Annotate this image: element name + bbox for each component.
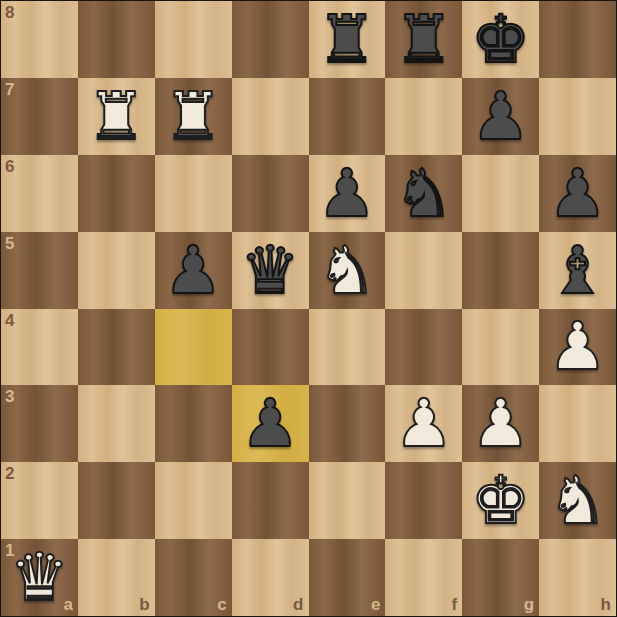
square-h2[interactable]: ♞ [539,462,616,539]
square-e8[interactable]: ♜ [309,1,386,78]
square-e5[interactable]: ♞ [309,232,386,309]
square-c6[interactable] [155,155,232,232]
square-c8[interactable] [155,1,232,78]
square-f3[interactable]: ♟ [385,385,462,462]
piece-black-rook[interactable]: ♜ [317,1,376,78]
square-d7[interactable] [232,78,309,155]
piece-white-king[interactable]: ♚ [471,462,530,539]
square-g5[interactable] [462,232,539,309]
square-f6[interactable]: ♞ [385,155,462,232]
square-b1[interactable]: b [78,539,155,616]
rank-label-7: 7 [5,80,14,100]
square-a3[interactable]: 3 [1,385,78,462]
square-b3[interactable] [78,385,155,462]
square-c3[interactable] [155,385,232,462]
piece-black-pawn[interactable]: ♟ [548,155,607,232]
square-d4[interactable] [232,309,309,386]
rank-label-4: 4 [5,311,14,331]
square-f4[interactable] [385,309,462,386]
square-g4[interactable] [462,309,539,386]
file-label-h: h [601,595,611,615]
square-a8[interactable]: 8 [1,1,78,78]
square-f2[interactable] [385,462,462,539]
square-e2[interactable] [309,462,386,539]
piece-white-knight[interactable]: ♞ [548,462,607,539]
piece-white-pawn[interactable]: ♟ [471,385,530,462]
square-g1[interactable]: g [462,539,539,616]
square-d1[interactable]: d [232,539,309,616]
square-c7[interactable]: ♜ [155,78,232,155]
square-g7[interactable]: ♟ [462,78,539,155]
square-a5[interactable]: 5 [1,232,78,309]
piece-black-pawn[interactable]: ♟ [317,155,376,232]
square-h4[interactable]: ♟ [539,309,616,386]
square-b6[interactable] [78,155,155,232]
square-b8[interactable] [78,1,155,78]
piece-black-king[interactable]: ♚ [471,1,530,78]
piece-white-knight[interactable]: ♞ [317,232,376,309]
square-c2[interactable] [155,462,232,539]
piece-black-bishop[interactable]: ♝ [548,232,607,309]
piece-white-pawn[interactable]: ♟ [548,309,607,386]
square-d5[interactable]: ♛ [232,232,309,309]
square-a1[interactable]: 1a♛ [1,539,78,616]
chess-board: 8♜♜♚7♜♜♟6♟♞♟5♟♛♞♝4♟3♟♟♟2♚♞1a♛bcdefgh [0,0,617,617]
piece-black-knight[interactable]: ♞ [394,155,453,232]
square-e7[interactable] [309,78,386,155]
piece-white-pawn[interactable]: ♟ [394,385,453,462]
square-g3[interactable]: ♟ [462,385,539,462]
square-c4[interactable] [155,309,232,386]
square-b5[interactable] [78,232,155,309]
piece-black-pawn[interactable]: ♟ [471,78,530,155]
piece-black-queen[interactable]: ♛ [240,232,299,309]
rank-label-3: 3 [5,387,14,407]
rank-label-6: 6 [5,157,14,177]
square-g8[interactable]: ♚ [462,1,539,78]
piece-white-rook[interactable]: ♜ [164,78,223,155]
rank-label-5: 5 [5,234,14,254]
square-g6[interactable] [462,155,539,232]
piece-white-queen[interactable]: ♛ [10,539,69,616]
square-g2[interactable]: ♚ [462,462,539,539]
square-a4[interactable]: 4 [1,309,78,386]
square-b4[interactable] [78,309,155,386]
square-b7[interactable]: ♜ [78,78,155,155]
square-h6[interactable]: ♟ [539,155,616,232]
square-d3[interactable]: ♟ [232,385,309,462]
square-h8[interactable] [539,1,616,78]
square-f1[interactable]: f [385,539,462,616]
square-f8[interactable]: ♜ [385,1,462,78]
square-d2[interactable] [232,462,309,539]
file-label-f: f [452,595,458,615]
square-d6[interactable] [232,155,309,232]
rank-label-2: 2 [5,464,14,484]
square-f5[interactable] [385,232,462,309]
square-e4[interactable] [309,309,386,386]
piece-black-rook[interactable]: ♜ [394,1,453,78]
square-h1[interactable]: h [539,539,616,616]
square-c1[interactable]: c [155,539,232,616]
square-e1[interactable]: e [309,539,386,616]
square-a2[interactable]: 2 [1,462,78,539]
piece-black-pawn[interactable]: ♟ [240,385,299,462]
square-e3[interactable] [309,385,386,462]
file-label-d: d [293,595,303,615]
square-a7[interactable]: 7 [1,78,78,155]
piece-black-pawn[interactable]: ♟ [164,232,223,309]
square-a6[interactable]: 6 [1,155,78,232]
rank-label-8: 8 [5,3,14,23]
file-label-b: b [139,595,149,615]
square-f7[interactable] [385,78,462,155]
file-label-c: c [217,595,226,615]
piece-white-rook[interactable]: ♜ [87,78,146,155]
square-d8[interactable] [232,1,309,78]
square-b2[interactable] [78,462,155,539]
file-label-e: e [371,595,380,615]
square-e6[interactable]: ♟ [309,155,386,232]
file-label-g: g [524,595,534,615]
square-h3[interactable] [539,385,616,462]
square-h7[interactable] [539,78,616,155]
square-h5[interactable]: ♝ [539,232,616,309]
square-c5[interactable]: ♟ [155,232,232,309]
